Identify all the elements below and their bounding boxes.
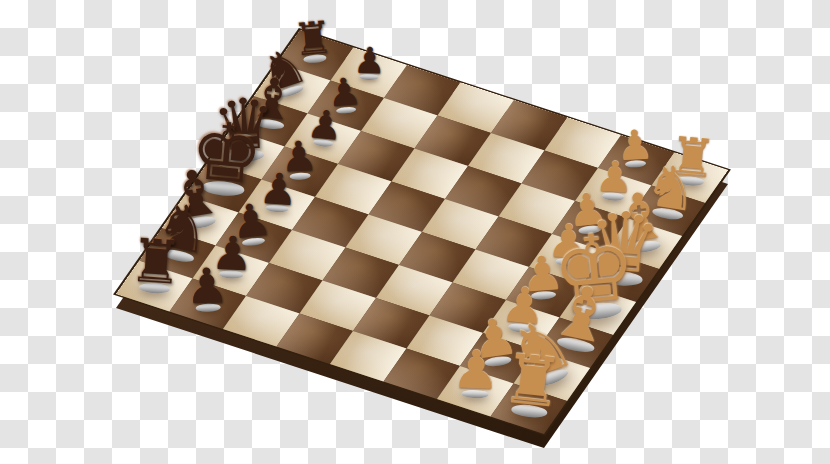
chess-scene: ♜♞♝♛♚♝♞♜♟♟♟♟♟♟♟♟♟♟♟♟♟♟♟♟♜♞♝♛♚♝♞♜ [0, 0, 830, 464]
transparent-background: ♜♞♝♛♚♝♞♜♟♟♟♟♟♟♟♟♟♟♟♟♟♟♟♟♜♞♝♛♚♝♞♜ [0, 0, 830, 464]
chess-board [116, 30, 728, 434]
